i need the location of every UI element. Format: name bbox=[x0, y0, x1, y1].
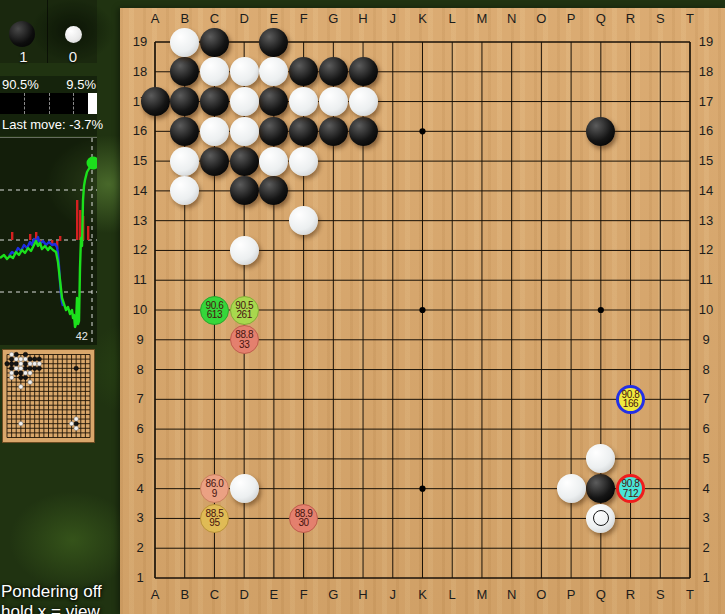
col-label-top: D bbox=[233, 12, 255, 26]
row-label-left: 3 bbox=[129, 511, 151, 525]
suggestion-badge-D10[interactable]: 90.5261 bbox=[230, 296, 259, 325]
col-label-bottom: B bbox=[174, 588, 196, 602]
row-label-right: 9 bbox=[695, 333, 717, 347]
col-label-top: E bbox=[263, 12, 285, 26]
col-label-top: P bbox=[560, 12, 582, 26]
white-stone-D16[interactable] bbox=[230, 117, 259, 146]
star-point bbox=[419, 486, 425, 492]
pondering-status: Pondering off bbox=[1, 582, 102, 602]
winrate-bar-quartile-line bbox=[73, 93, 74, 114]
white-winrate-label: 9.5% bbox=[66, 76, 96, 93]
white-stone-D4[interactable] bbox=[230, 474, 259, 503]
col-label-bottom: J bbox=[382, 588, 404, 602]
white-stone-D18[interactable] bbox=[230, 57, 259, 86]
hint-text: hold x = view bbox=[1, 602, 100, 614]
col-label-top: Q bbox=[590, 12, 612, 26]
row-label-right: 19 bbox=[695, 35, 717, 49]
row-label-left: 10 bbox=[129, 303, 151, 317]
col-label-bottom: G bbox=[322, 588, 344, 602]
row-label-right: 8 bbox=[695, 363, 717, 377]
suggestion-badge-C4[interactable]: 86.09 bbox=[200, 474, 229, 503]
col-label-bottom: T bbox=[679, 588, 701, 602]
row-label-left: 4 bbox=[129, 482, 151, 496]
black-stone-D15[interactable] bbox=[230, 147, 259, 176]
col-label-bottom: E bbox=[263, 588, 285, 602]
black-stone-D14[interactable] bbox=[230, 176, 259, 205]
white-stone-P4[interactable] bbox=[557, 474, 586, 503]
col-label-top: H bbox=[352, 12, 374, 26]
suggestion-visits: 9 bbox=[212, 489, 217, 499]
winrate-bar bbox=[0, 93, 97, 114]
row-label-left: 1 bbox=[129, 571, 151, 585]
suggestion-visits: 30 bbox=[298, 518, 308, 528]
black-stone-G18[interactable] bbox=[319, 57, 348, 86]
black-winrate-label: 90.5% bbox=[2, 76, 39, 93]
star-point bbox=[419, 307, 425, 313]
app-window: AABBCCDDEEFFGGHHJJKKLLMMNNOOPPQQRRSSTT19… bbox=[0, 0, 725, 614]
col-label-bottom: F bbox=[293, 588, 315, 602]
minimap-canvas bbox=[3, 350, 94, 442]
white-stone-C18[interactable] bbox=[200, 57, 229, 86]
winrate-bar-white-segment bbox=[88, 93, 97, 114]
suggestion-visits: 261 bbox=[236, 310, 252, 320]
go-board[interactable]: AABBCCDDEEFFGGHHJJKKLLMMNNOOPPQQRRSSTT19… bbox=[120, 8, 725, 614]
row-label-left: 16 bbox=[129, 124, 151, 138]
variation-minimap[interactable] bbox=[2, 349, 95, 443]
black-capture-count: 1 bbox=[0, 48, 47, 65]
col-label-top: M bbox=[471, 12, 493, 26]
col-label-top: K bbox=[411, 12, 433, 26]
col-label-bottom: Q bbox=[590, 588, 612, 602]
row-label-left: 15 bbox=[129, 154, 151, 168]
col-label-bottom: R bbox=[620, 588, 642, 602]
star-point bbox=[598, 307, 604, 313]
row-label-right: 16 bbox=[695, 124, 717, 138]
row-label-right: 6 bbox=[695, 422, 717, 436]
black-stone-E19[interactable] bbox=[259, 28, 288, 57]
winrate-bar-quartile-line bbox=[49, 93, 50, 114]
row-label-right: 7 bbox=[695, 392, 717, 406]
white-stone-icon bbox=[65, 26, 82, 43]
row-label-right: 4 bbox=[695, 482, 717, 496]
winrate-graph[interactable]: 42 bbox=[0, 137, 97, 345]
row-label-left: 14 bbox=[129, 184, 151, 198]
suggestion-visits: 33 bbox=[239, 340, 249, 350]
col-label-top: B bbox=[174, 12, 196, 26]
col-label-top: R bbox=[620, 12, 642, 26]
black-stone-C19[interactable] bbox=[200, 28, 229, 57]
col-label-bottom: M bbox=[471, 588, 493, 602]
col-label-top: A bbox=[144, 12, 166, 26]
row-label-right: 18 bbox=[695, 65, 717, 79]
row-label-left: 5 bbox=[129, 452, 151, 466]
row-label-left: 8 bbox=[129, 363, 151, 377]
black-stone-A17[interactable] bbox=[141, 87, 170, 116]
last-move-delta: Last move: -3.7% bbox=[0, 114, 97, 136]
col-label-top: T bbox=[679, 12, 701, 26]
row-label-left: 13 bbox=[129, 214, 151, 228]
black-stone-icon bbox=[9, 21, 35, 47]
row-label-left: 6 bbox=[129, 422, 151, 436]
suggestion-badge-D9[interactable]: 88.833 bbox=[230, 325, 259, 354]
row-label-left: 9 bbox=[129, 333, 151, 347]
col-label-bottom: N bbox=[501, 588, 523, 602]
winrate-labels: 90.5% 9.5% bbox=[0, 76, 97, 93]
col-label-top: S bbox=[649, 12, 671, 26]
white-stone-D17[interactable] bbox=[230, 87, 259, 116]
row-label-right: 17 bbox=[695, 95, 717, 109]
suggestion-badge-F3[interactable]: 88.930 bbox=[289, 504, 318, 533]
winrate-bar-quartile-line bbox=[24, 93, 25, 114]
black-stone-C17[interactable] bbox=[200, 87, 229, 116]
row-label-right: 11 bbox=[695, 273, 717, 287]
row-label-right: 5 bbox=[695, 452, 717, 466]
white-stone-E15[interactable] bbox=[259, 147, 288, 176]
suggestion-badge-C10[interactable]: 90.6613 bbox=[200, 296, 229, 325]
col-label-bottom: C bbox=[203, 588, 225, 602]
col-label-bottom: S bbox=[649, 588, 671, 602]
white-stone-F15[interactable] bbox=[289, 147, 318, 176]
row-label-right: 13 bbox=[695, 214, 717, 228]
row-label-right: 14 bbox=[695, 184, 717, 198]
black-stone-B16[interactable] bbox=[170, 117, 199, 146]
row-label-left: 19 bbox=[129, 35, 151, 49]
black-stone-C15[interactable] bbox=[200, 147, 229, 176]
col-label-bottom: A bbox=[144, 588, 166, 602]
row-label-right: 2 bbox=[695, 541, 717, 555]
row-label-left: 18 bbox=[129, 65, 151, 79]
black-stone-Q16[interactable] bbox=[586, 117, 615, 146]
col-label-bottom: H bbox=[352, 588, 374, 602]
white-stone-D12[interactable] bbox=[230, 236, 259, 265]
row-label-right: 3 bbox=[695, 511, 717, 525]
white-stone-H17[interactable] bbox=[349, 87, 378, 116]
col-label-top: F bbox=[293, 12, 315, 26]
white-captures-cell: 0 bbox=[49, 0, 97, 63]
winrate-graph-canvas[interactable]: 42 bbox=[0, 138, 97, 346]
black-stone-E16[interactable] bbox=[259, 117, 288, 146]
col-label-bottom: L bbox=[441, 588, 463, 602]
row-label-left: 2 bbox=[129, 541, 151, 555]
white-stone-B15[interactable] bbox=[170, 147, 199, 176]
col-label-top: C bbox=[203, 12, 225, 26]
suggestion-visits: 712 bbox=[623, 489, 639, 499]
suggestion-visits: 95 bbox=[209, 518, 219, 528]
black-stone-H18[interactable] bbox=[349, 57, 378, 86]
black-stone-G16[interactable] bbox=[319, 117, 348, 146]
row-label-left: 12 bbox=[129, 243, 151, 257]
suggestion-badge-C3[interactable]: 88.595 bbox=[200, 504, 229, 533]
white-stone-C16[interactable] bbox=[200, 117, 229, 146]
row-label-right: 12 bbox=[695, 243, 717, 257]
row-label-left: 11 bbox=[129, 273, 151, 287]
suggestion-visits: 166 bbox=[623, 399, 639, 409]
col-label-top: O bbox=[530, 12, 552, 26]
suggestion-visits: 613 bbox=[207, 310, 223, 320]
star-point bbox=[419, 128, 425, 134]
graph-move-number: 42 bbox=[76, 330, 88, 342]
row-label-right: 1 bbox=[695, 571, 717, 585]
white-capture-count: 0 bbox=[49, 48, 97, 65]
suggestion-badge-R7[interactable]: 90.8166 bbox=[616, 385, 645, 414]
col-label-bottom: D bbox=[233, 588, 255, 602]
white-stone-B19[interactable] bbox=[170, 28, 199, 57]
white-stone-G17[interactable] bbox=[319, 87, 348, 116]
col-label-top: L bbox=[441, 12, 463, 26]
col-label-bottom: K bbox=[411, 588, 433, 602]
white-stone-F17[interactable] bbox=[289, 87, 318, 116]
black-captures-cell: 1 bbox=[0, 0, 48, 63]
row-label-right: 15 bbox=[695, 154, 717, 168]
col-label-top: N bbox=[501, 12, 523, 26]
col-label-top: J bbox=[382, 12, 404, 26]
black-stone-F16[interactable] bbox=[289, 117, 318, 146]
suggestion-badge-R4[interactable]: 90.8712 bbox=[616, 474, 645, 503]
capture-panel: 1 0 bbox=[0, 0, 97, 63]
black-stone-H16[interactable] bbox=[349, 117, 378, 146]
row-label-left: 7 bbox=[129, 392, 151, 406]
row-label-right: 10 bbox=[695, 303, 717, 317]
col-label-top: G bbox=[322, 12, 344, 26]
col-label-bottom: P bbox=[560, 588, 582, 602]
col-label-bottom: O bbox=[530, 588, 552, 602]
